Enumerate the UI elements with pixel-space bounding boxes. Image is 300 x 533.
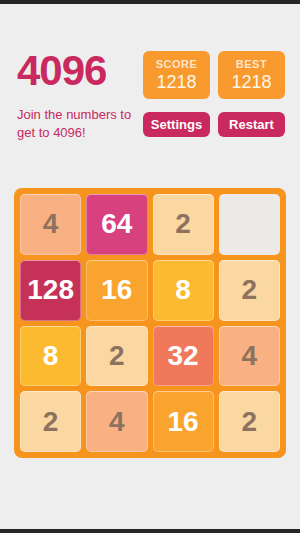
best-value: 1218	[231, 72, 271, 93]
score-label: SCORE	[156, 58, 198, 70]
board-grid[interactable]: 464212816828232424162	[14, 188, 286, 458]
device-frame-bottom-bar	[0, 529, 300, 533]
tile-8: 8	[20, 326, 81, 387]
tile-64: 64	[86, 194, 147, 255]
tile-4: 4	[86, 391, 147, 452]
best-label: BEST	[236, 58, 267, 70]
tile-8: 8	[153, 260, 214, 321]
best-box: BEST 1218	[218, 51, 285, 99]
tile-2: 2	[153, 194, 214, 255]
app-title: 4096	[17, 50, 106, 92]
tile-16: 16	[86, 260, 147, 321]
empty-cell	[219, 194, 280, 255]
tile-2: 2	[219, 391, 280, 452]
goal-subtitle: Join the numbers to get to 4096!	[17, 106, 152, 142]
tile-4: 4	[20, 194, 81, 255]
restart-button[interactable]: Restart	[218, 112, 285, 137]
device-frame-top-bar	[0, 0, 300, 4]
tile-2: 2	[86, 326, 147, 387]
app-screen: { "app": { "title": "4096", "subtitle": …	[0, 0, 300, 533]
tile-128: 128	[20, 260, 81, 321]
tile-4: 4	[219, 326, 280, 387]
settings-button[interactable]: Settings	[143, 112, 210, 137]
tile-2: 2	[20, 391, 81, 452]
tile-16: 16	[153, 391, 214, 452]
score-box: SCORE 1218	[143, 51, 210, 99]
tile-32: 32	[153, 326, 214, 387]
tile-2: 2	[219, 260, 280, 321]
score-value: 1218	[156, 72, 196, 93]
